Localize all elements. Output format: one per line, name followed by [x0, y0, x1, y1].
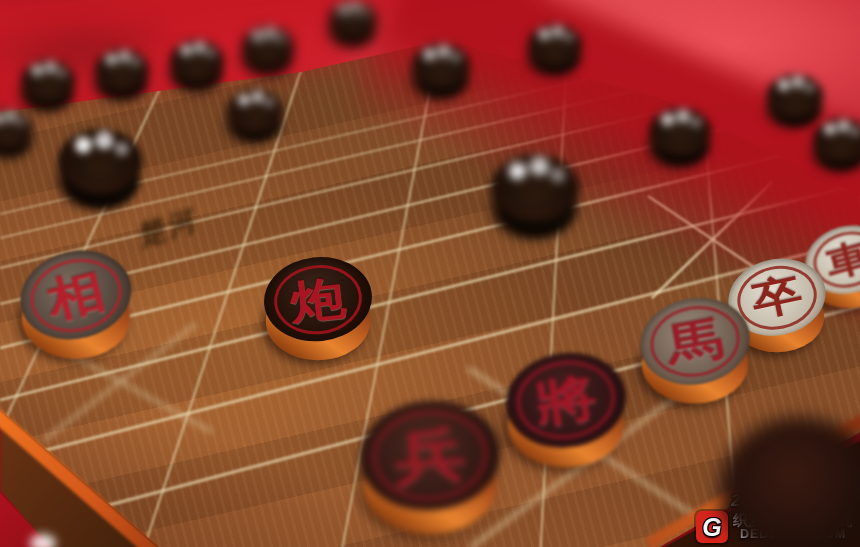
piece-兵-f3: 兵 [360, 401, 500, 510]
piece-d14 [813, 118, 860, 162]
piece-d2 [95, 49, 149, 91]
piece-d10 [227, 89, 283, 133]
piece-d5 [329, 1, 377, 38]
piece-d12 [649, 108, 711, 156]
pieces-layer: 相炮兵將馬卒車 [0, 0, 860, 547]
piece-相-f1: 相 [20, 252, 132, 339]
piece-d11 [491, 154, 579, 223]
piece-d6 [412, 43, 470, 88]
photo-scene: 楚河 相炮兵將馬卒車 265G.COM G 织梦内容管理系统 DEDECMS.C… [0, 0, 860, 547]
piece-d9 [58, 129, 142, 195]
piece-d13 [767, 74, 823, 118]
piece-將-f4: 將 [506, 353, 626, 447]
piece-d8 [0, 110, 33, 149]
piece-b1 [720, 417, 860, 547]
piece-d3 [170, 40, 224, 82]
piece-d4 [242, 26, 294, 67]
piece-馬-f5: 馬 [640, 298, 750, 384]
watermark-logo-g-icon: G [696, 511, 728, 543]
piece-炮-f2: 炮 [264, 257, 372, 341]
piece-d1 [21, 60, 75, 102]
piece-d7 [528, 24, 582, 66]
